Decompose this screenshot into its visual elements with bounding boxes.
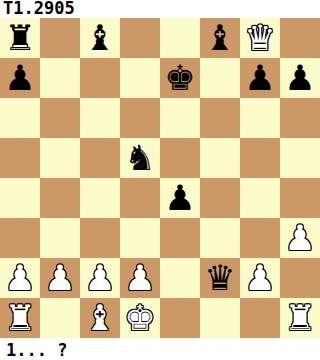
- square-g8[interactable]: ♛: [240, 18, 280, 58]
- square-h1[interactable]: ♜: [280, 298, 320, 338]
- square-g6[interactable]: [240, 98, 280, 138]
- move-prompt: 1... ?: [0, 338, 320, 360]
- white-king: ♚: [124, 298, 155, 338]
- square-b8[interactable]: [40, 18, 80, 58]
- square-b2[interactable]: ♟: [40, 258, 80, 298]
- chess-board: ♜♝♝♛♟♚♟♟♞♟♟♟♟♟♟♛♟♜♝♚♜: [0, 18, 320, 338]
- square-a5[interactable]: [0, 138, 40, 178]
- square-d8[interactable]: [120, 18, 160, 58]
- square-g5[interactable]: [240, 138, 280, 178]
- square-c4[interactable]: [80, 178, 120, 218]
- square-e3[interactable]: [160, 218, 200, 258]
- square-e7[interactable]: ♚: [160, 58, 200, 98]
- square-g7[interactable]: ♟: [240, 58, 280, 98]
- square-g2[interactable]: ♟: [240, 258, 280, 298]
- black-rook: ♜: [4, 18, 35, 58]
- black-queen: ♛: [204, 258, 235, 298]
- black-king: ♚: [164, 58, 195, 98]
- square-d1[interactable]: ♚: [120, 298, 160, 338]
- square-a3[interactable]: [0, 218, 40, 258]
- square-b3[interactable]: [40, 218, 80, 258]
- square-h7[interactable]: ♟: [280, 58, 320, 98]
- square-a2[interactable]: ♟: [0, 258, 40, 298]
- square-d3[interactable]: [120, 218, 160, 258]
- black-pawn: ♟: [4, 58, 35, 98]
- square-g4[interactable]: [240, 178, 280, 218]
- square-h5[interactable]: [280, 138, 320, 178]
- black-pawn: ♟: [164, 178, 195, 218]
- square-e5[interactable]: [160, 138, 200, 178]
- square-d6[interactable]: [120, 98, 160, 138]
- square-e8[interactable]: [160, 18, 200, 58]
- square-b4[interactable]: [40, 178, 80, 218]
- square-d7[interactable]: [120, 58, 160, 98]
- square-b7[interactable]: [40, 58, 80, 98]
- white-rook: ♜: [4, 298, 35, 338]
- square-f1[interactable]: [200, 298, 240, 338]
- square-g3[interactable]: [240, 218, 280, 258]
- square-f5[interactable]: [200, 138, 240, 178]
- square-a8[interactable]: ♜: [0, 18, 40, 58]
- square-c7[interactable]: [80, 58, 120, 98]
- square-e1[interactable]: [160, 298, 200, 338]
- square-f7[interactable]: [200, 58, 240, 98]
- black-pawn: ♟: [244, 58, 275, 98]
- white-pawn: ♟: [124, 258, 155, 298]
- black-pawn: ♟: [284, 58, 315, 98]
- square-c6[interactable]: [80, 98, 120, 138]
- square-f8[interactable]: ♝: [200, 18, 240, 58]
- white-pawn: ♟: [284, 218, 315, 258]
- square-c3[interactable]: [80, 218, 120, 258]
- square-h3[interactable]: ♟: [280, 218, 320, 258]
- white-queen: ♛: [244, 18, 275, 58]
- puzzle-id: T1.2905: [0, 0, 320, 18]
- square-d5[interactable]: ♞: [120, 138, 160, 178]
- white-pawn: ♟: [44, 258, 75, 298]
- black-bishop: ♝: [84, 18, 115, 58]
- square-f6[interactable]: [200, 98, 240, 138]
- square-c1[interactable]: ♝: [80, 298, 120, 338]
- square-c8[interactable]: ♝: [80, 18, 120, 58]
- square-f3[interactable]: [200, 218, 240, 258]
- square-h8[interactable]: [280, 18, 320, 58]
- square-b6[interactable]: [40, 98, 80, 138]
- square-a1[interactable]: ♜: [0, 298, 40, 338]
- square-h2[interactable]: [280, 258, 320, 298]
- black-knight: ♞: [124, 138, 155, 178]
- square-f4[interactable]: [200, 178, 240, 218]
- square-a7[interactable]: ♟: [0, 58, 40, 98]
- square-d4[interactable]: [120, 178, 160, 218]
- square-a6[interactable]: [0, 98, 40, 138]
- square-h6[interactable]: [280, 98, 320, 138]
- square-e4[interactable]: ♟: [160, 178, 200, 218]
- square-c5[interactable]: [80, 138, 120, 178]
- square-g1[interactable]: [240, 298, 280, 338]
- square-a4[interactable]: [0, 178, 40, 218]
- white-pawn: ♟: [84, 258, 115, 298]
- white-bishop: ♝: [84, 298, 115, 338]
- square-d2[interactable]: ♟: [120, 258, 160, 298]
- white-rook: ♜: [284, 298, 315, 338]
- square-b5[interactable]: [40, 138, 80, 178]
- square-c2[interactable]: ♟: [80, 258, 120, 298]
- square-f2[interactable]: ♛: [200, 258, 240, 298]
- square-e2[interactable]: [160, 258, 200, 298]
- square-h4[interactable]: [280, 178, 320, 218]
- white-pawn: ♟: [244, 258, 275, 298]
- square-b1[interactable]: [40, 298, 80, 338]
- square-e6[interactable]: [160, 98, 200, 138]
- white-pawn: ♟: [4, 258, 35, 298]
- black-bishop: ♝: [204, 18, 235, 58]
